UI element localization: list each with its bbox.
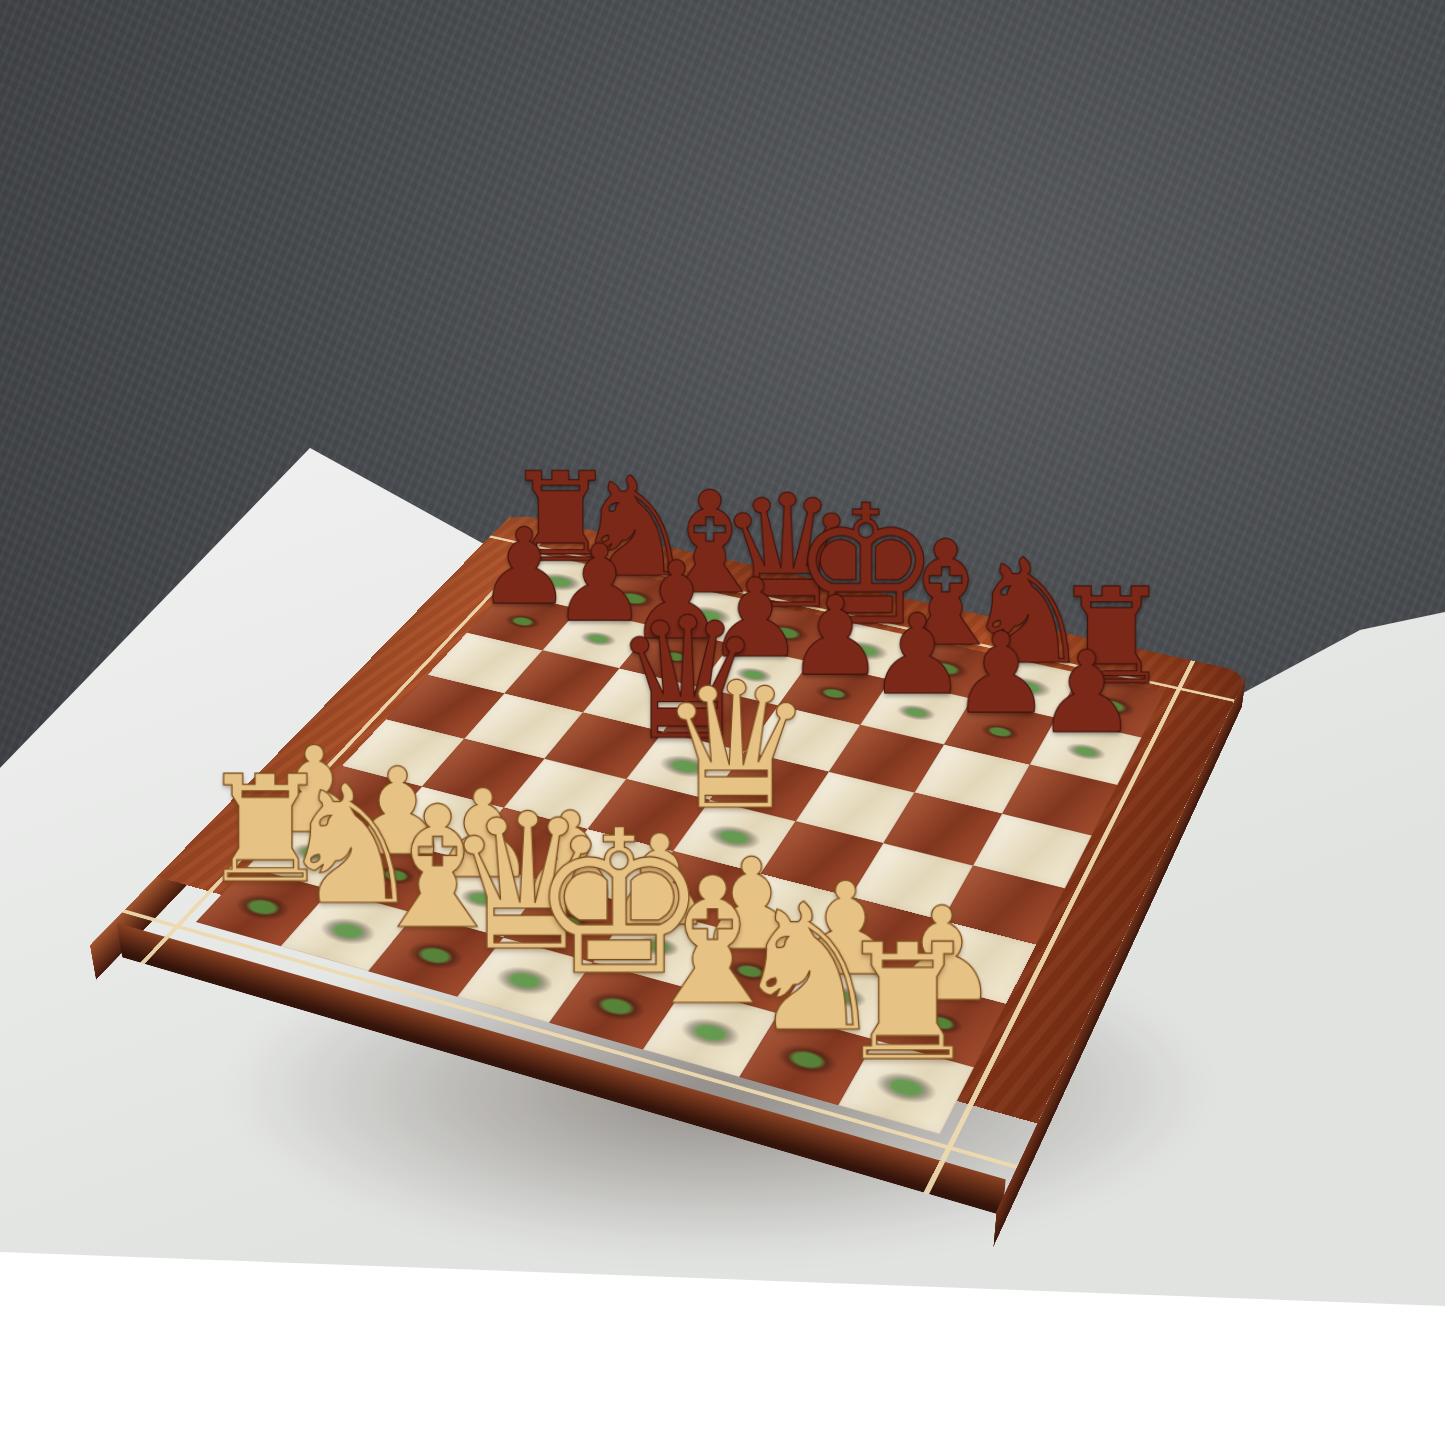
black-pawn-h7[interactable]: ♟ [1036,636,1137,752]
square-h1[interactable]: ♜ [838,1040,974,1134]
white-rook-h1[interactable]: ♜ [836,923,981,1088]
chess-set-photo: ♜♞♝♛♚♝♞♜♟♟♟♟♟♟♟♟♛♛♟♟♟♟♟♟♟♟♜♞♝♛♚♝♞♜ [0,0,1445,1445]
board-perspective-stage: ♜♞♝♛♚♝♞♜♟♟♟♟♟♟♟♟♛♛♟♟♟♟♟♟♟♟♜♞♝♛♚♝♞♜ [270,360,1150,1240]
square-g6[interactable] [914,744,1029,813]
board-grid: ♜♞♝♛♚♝♞♜♟♟♟♟♟♟♟♟♛♛♟♟♟♟♟♟♟♟♜♞♝♛♚♝♞♜ [196,554,1165,1134]
